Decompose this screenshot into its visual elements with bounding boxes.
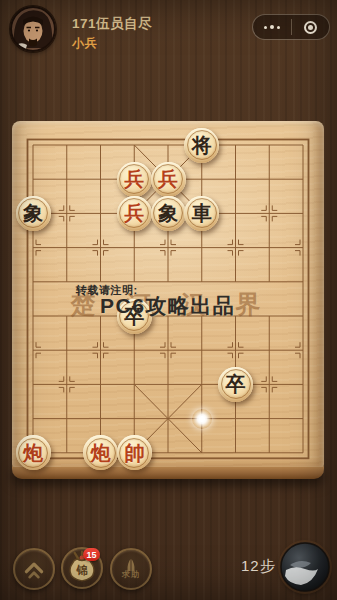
more-dots-icon xyxy=(277,26,280,29)
piece-black-象[interactable]: 象 xyxy=(151,196,186,231)
board-front-edge xyxy=(12,465,324,479)
collapse-button[interactable] xyxy=(13,548,55,590)
piece-red-帥[interactable]: 帥 xyxy=(117,435,152,470)
exit-circle-icon xyxy=(304,21,317,34)
dark-stone-avatar-icon xyxy=(280,542,330,592)
piece-black-車[interactable]: 車 xyxy=(184,196,219,231)
watermark-brand: PC6攻略出品 xyxy=(100,292,235,320)
hint-count-badge: 15 xyxy=(83,548,100,561)
piece-red-兵[interactable]: 兵 xyxy=(117,196,152,231)
opponent-avatar xyxy=(280,542,330,592)
exit-button[interactable] xyxy=(292,15,330,39)
puzzle-avatar xyxy=(10,6,56,52)
piece-black-象[interactable]: 象 xyxy=(16,196,51,231)
piece-black-将[interactable]: 将 xyxy=(184,128,219,163)
sparkle-effect xyxy=(192,409,212,429)
miniprogram-capsule xyxy=(252,14,330,40)
double-chevron-up-icon xyxy=(21,556,47,582)
more-dots-icon xyxy=(270,25,275,30)
piece-red-兵[interactable]: 兵 xyxy=(117,162,152,197)
xiangqi-app-screen: 171伍员自尽 小兵 楚河汉界 将兵兵象兵象車卒卒炮炮帥 转载请注明: PC6攻… xyxy=(0,0,337,600)
more-button[interactable] xyxy=(253,15,291,39)
piece-red-兵[interactable]: 兵 xyxy=(151,162,186,197)
puzzle-subtitle: 小兵 xyxy=(72,35,97,52)
move-count: 12步 xyxy=(241,557,276,576)
help-button[interactable]: 求助 xyxy=(110,548,152,590)
river-character: 界 xyxy=(233,288,263,321)
puzzle-title: 171伍员自尽 xyxy=(72,15,152,33)
help-button-label: 求助 xyxy=(122,569,140,580)
more-dots-icon xyxy=(264,26,267,29)
bag-character: 锦 xyxy=(75,564,87,576)
warrior-portrait-icon xyxy=(10,6,56,52)
piece-red-炮[interactable]: 炮 xyxy=(16,435,51,470)
piece-black-卒[interactable]: 卒 xyxy=(218,367,253,402)
